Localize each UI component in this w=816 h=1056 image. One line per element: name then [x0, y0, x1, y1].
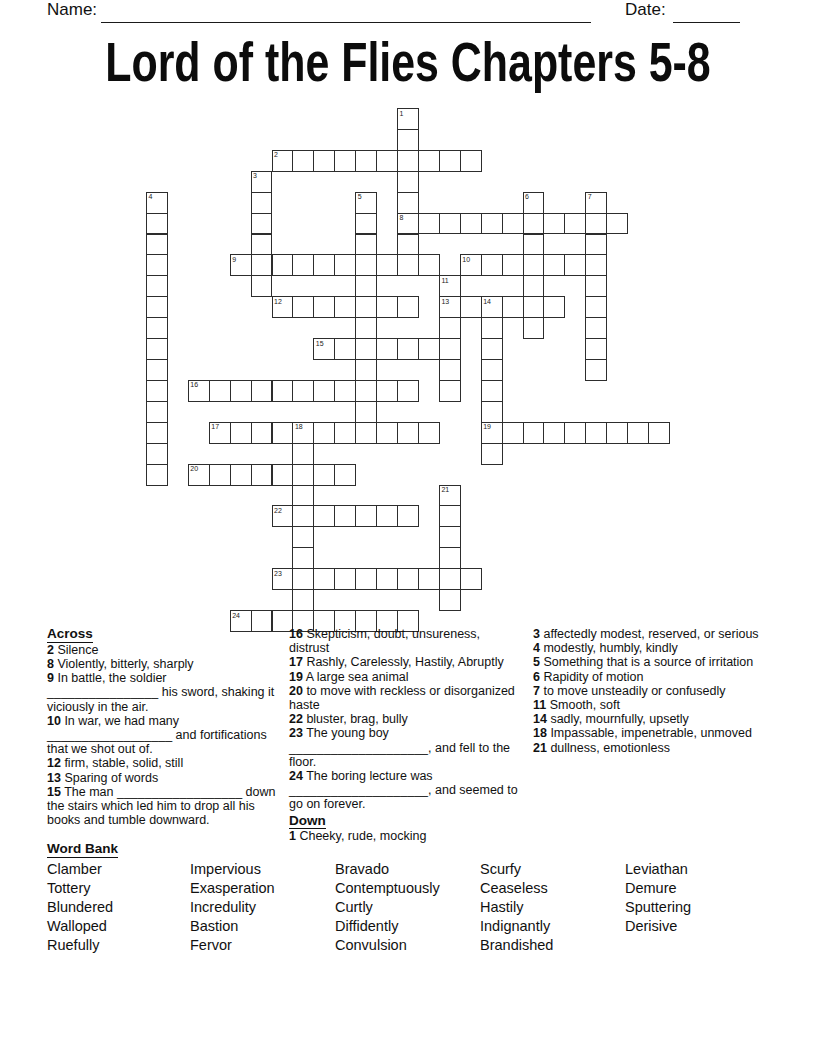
word-bank-item: Ceaseless: [480, 879, 553, 898]
grid-cell-c7r18[interactable]: [292, 485, 314, 507]
clue-across-17: 17​ Rashly, Carelessly, Hastily, Abruptl…: [289, 655, 522, 669]
word-bank-item: Tottery: [47, 879, 113, 898]
grid-cell-c5r8[interactable]: [251, 275, 273, 297]
grid-cell-c14r21[interactable]: [439, 547, 461, 569]
grid-cell-c21r12[interactable]: [585, 359, 607, 381]
grid-cell-c13r7[interactable]: [418, 254, 440, 276]
grid-cell-c6r9[interactable]: 12: [272, 296, 294, 318]
word-bank-column-3: BravadoContemptuouslyCurtlyDiffidentlyCo…: [335, 860, 440, 955]
word-bank-item: Hastily: [480, 898, 553, 917]
clue-down-3: 3​ affectedly modest, reserved, or serio…: [533, 627, 766, 641]
grid-cell-c4r17[interactable]: [230, 464, 252, 486]
grid-cell-c9r9[interactable]: [334, 296, 356, 318]
grid-cell-c18r8[interactable]: [523, 275, 545, 297]
grid-cell-c5r7[interactable]: [251, 254, 273, 276]
word-bank-item: Ruefully: [47, 936, 113, 955]
grid-cell-c11r13[interactable]: [376, 380, 398, 402]
word-bank-heading: Word Bank: [47, 841, 118, 858]
grid-cell-c21r7[interactable]: [585, 254, 607, 276]
grid-cell-c12r5[interactable]: 8: [397, 213, 419, 235]
grid-cell-c12r2[interactable]: [397, 150, 419, 172]
grid-cell-c14r12[interactable]: [439, 359, 461, 381]
cell-number-23: 23: [274, 570, 282, 578]
grid-cell-c11r2[interactable]: [376, 150, 398, 172]
grid-cell-c5r17[interactable]: [251, 464, 273, 486]
grid-cell-c19r7[interactable]: [543, 254, 565, 276]
grid-cell-c0r14[interactable]: [146, 401, 168, 423]
word-bank-item: Incredulity: [190, 898, 275, 917]
clue-across-2: 2​ Silence: [47, 643, 280, 657]
word-bank-item: Contemptuously: [335, 879, 440, 898]
cell-number-19: 19: [483, 423, 491, 431]
grid-cell-c10r22[interactable]: [355, 568, 377, 590]
grid-cell-c8r15[interactable]: [313, 422, 335, 444]
grid-cell-c18r15[interactable]: [523, 422, 545, 444]
grid-cell-c0r12[interactable]: [146, 359, 168, 381]
word-bank-item: Bastion: [190, 917, 275, 936]
clues-column-right: 3​ affectedly modest, reserved, or serio…: [533, 627, 766, 755]
grid-cell-c21r10[interactable]: [585, 317, 607, 339]
grid-cell-c12r3[interactable]: [397, 171, 419, 193]
word-bank-item: Leviathan: [625, 860, 691, 879]
grid-cell-c12r19[interactable]: [397, 505, 419, 527]
grid-cell-c16r14[interactable]: [481, 401, 503, 423]
cell-number-4: 4: [149, 193, 153, 201]
cell-number-17: 17: [211, 423, 219, 431]
grid-cell-c10r15[interactable]: [355, 422, 377, 444]
grid-cell-c21r5[interactable]: [585, 213, 607, 235]
date-blank-line[interactable]: [673, 3, 740, 23]
grid-cell-c17r7[interactable]: [502, 254, 524, 276]
grid-cell-c0r16[interactable]: [146, 443, 168, 465]
grid-cell-c5r5[interactable]: [251, 213, 273, 235]
word-bank-item: Convulsion: [335, 936, 440, 955]
grid-cell-c0r13[interactable]: [146, 380, 168, 402]
grid-cell-c2r17[interactable]: 20: [188, 464, 210, 486]
grid-cell-c7r7[interactable]: [292, 254, 314, 276]
grid-cell-c16r12[interactable]: [481, 359, 503, 381]
word-bank-column-2: ImperviousExasperationIncredulityBastion…: [190, 860, 275, 955]
word-bank-item: Demure: [625, 879, 691, 898]
grid-cell-c24r15[interactable]: [648, 422, 670, 444]
word-bank-item: Brandished: [480, 936, 553, 955]
grid-cell-c15r2[interactable]: [460, 150, 482, 172]
grid-cell-c20r7[interactable]: [564, 254, 586, 276]
clue-across-15: 15​ The man __________________ down the …: [47, 785, 280, 828]
grid-cell-c6r22[interactable]: 23: [272, 568, 294, 590]
grid-cell-c19r9[interactable]: [543, 296, 565, 318]
grid-cell-c15r7[interactable]: 10: [460, 254, 482, 276]
grid-cell-c14r23[interactable]: [439, 589, 461, 611]
grid-cell-c15r5[interactable]: [460, 213, 482, 235]
clue-down-1: 1​ Cheeky, rude, mocking: [289, 829, 522, 843]
grid-cell-c6r15[interactable]: [272, 422, 294, 444]
grid-cell-c20r15[interactable]: [564, 422, 586, 444]
grid-cell-c21r11[interactable]: [585, 338, 607, 360]
cell-number-9: 9: [232, 256, 236, 264]
grid-cell-c0r10[interactable]: [146, 317, 168, 339]
grid-cell-c8r11[interactable]: 15: [313, 338, 335, 360]
grid-cell-c17r9[interactable]: [502, 296, 524, 318]
word-bank-item: Walloped: [47, 917, 113, 936]
cell-number-14: 14: [483, 298, 491, 306]
grid-cell-c10r12[interactable]: [355, 359, 377, 381]
grid-cell-c11r7[interactable]: [376, 254, 398, 276]
grid-cell-c16r5[interactable]: [481, 213, 503, 235]
grid-cell-c13r11[interactable]: [418, 338, 440, 360]
cell-number-1: 1: [400, 110, 404, 118]
grid-cell-c8r9[interactable]: [313, 296, 335, 318]
crossword-grid: 123456789101112131415161718192021222324: [146, 108, 670, 632]
grid-cell-c16r10[interactable]: [481, 317, 503, 339]
word-bank-item: Impervious: [190, 860, 275, 879]
grid-cell-c9r22[interactable]: [334, 568, 356, 590]
grid-cell-c17r5[interactable]: [502, 213, 524, 235]
word-bank-item: Exasperation: [190, 879, 275, 898]
word-bank-column-4: ScurfyCeaselessHastilyIndignantlyBrandis…: [480, 860, 553, 955]
grid-cell-c14r9[interactable]: 13: [439, 296, 461, 318]
grid-cell-c23r15[interactable]: [627, 422, 649, 444]
grid-cell-c18r6[interactable]: [523, 234, 545, 256]
clue-across-12: 12​ firm, stable, solid, still: [47, 756, 280, 770]
word-bank-item: Clamber: [47, 860, 113, 879]
grid-cell-c10r2[interactable]: [355, 150, 377, 172]
grid-cell-c6r19[interactable]: 22: [272, 505, 294, 527]
cell-number-24: 24: [232, 612, 240, 620]
grid-cell-c7r19[interactable]: [292, 505, 314, 527]
cell-number-16: 16: [190, 381, 198, 389]
clue-across-24: 24​ The boring lecture was _____________…: [289, 769, 522, 812]
word-bank-item: Curtly: [335, 898, 440, 917]
grid-cell-c12r0[interactable]: 1: [397, 108, 419, 130]
grid-cell-c8r7[interactable]: [313, 254, 335, 276]
grid-cell-c12r22[interactable]: [397, 568, 419, 590]
grid-cell-c15r9[interactable]: [460, 296, 482, 318]
word-bank-item: Diffidently: [335, 917, 440, 936]
clue-down-6: 6​ Rapidity of motion: [533, 670, 766, 684]
grid-cell-c6r2[interactable]: 2: [272, 150, 294, 172]
grid-cell-c9r15[interactable]: [334, 422, 356, 444]
grid-cell-c0r15[interactable]: [146, 422, 168, 444]
clue-across-19: 19​ A large sea animal: [289, 670, 522, 684]
grid-cell-c11r19[interactable]: [376, 505, 398, 527]
grid-cell-c18r4[interactable]: 6: [523, 192, 545, 214]
clue-across-20: 20​ to move with reckless or disorganize…: [289, 684, 522, 712]
grid-cell-c5r6[interactable]: [251, 234, 273, 256]
grid-cell-c9r19[interactable]: [334, 505, 356, 527]
word-bank-item: Fervor: [190, 936, 275, 955]
grid-cell-c22r5[interactable]: [606, 213, 628, 235]
grid-cell-c2r13[interactable]: 16: [188, 380, 210, 402]
grid-cell-c7r23[interactable]: [292, 589, 314, 611]
grid-cell-c0r11[interactable]: [146, 338, 168, 360]
section-heading: Down: [289, 814, 522, 830]
grid-cell-c3r13[interactable]: [209, 380, 231, 402]
section-heading: Across: [47, 627, 280, 643]
clue-down-4: 4​ modestly, humbly, kindly: [533, 641, 766, 655]
grid-cell-c16r9[interactable]: 14: [481, 296, 503, 318]
word-bank-item: Scurfy: [480, 860, 553, 879]
grid-cell-c4r13[interactable]: [230, 380, 252, 402]
page-title: Lord of the Flies Chapters 5-8: [90, 33, 726, 91]
clue-down-7: 7​ to move unsteadily or confusedly: [533, 684, 766, 698]
name-blank-line[interactable]: [101, 3, 591, 23]
grid-cell-c9r2[interactable]: [334, 150, 356, 172]
grid-cell-c6r17[interactable]: [272, 464, 294, 486]
grid-cell-c10r8[interactable]: [355, 275, 377, 297]
grid-cell-c8r22[interactable]: [313, 568, 335, 590]
grid-cell-c12r7[interactable]: [397, 254, 419, 276]
grid-cell-c13r2[interactable]: [418, 150, 440, 172]
clue-across-16: 16​ Skepticism, doubt, unsureness, distr…: [289, 627, 522, 655]
name-label: Name:: [47, 0, 97, 20]
grid-cell-c7r20[interactable]: [292, 526, 314, 548]
clue-down-5: 5​ Something that is a source of irritat…: [533, 655, 766, 669]
date-label: Date:: [625, 0, 666, 20]
grid-cell-c19r5[interactable]: [543, 213, 565, 235]
clue-across-13: 13​ Sparing of words: [47, 771, 280, 785]
grid-cell-c15r22[interactable]: [460, 568, 482, 590]
grid-cell-c14r2[interactable]: [439, 150, 461, 172]
grid-cell-c5r13[interactable]: [251, 380, 273, 402]
grid-cell-c0r9[interactable]: [146, 296, 168, 318]
cell-number-7: 7: [588, 193, 592, 201]
grid-cell-c0r7[interactable]: [146, 254, 168, 276]
grid-cell-c14r20[interactable]: [439, 526, 461, 548]
grid-cell-c8r17[interactable]: [313, 464, 335, 486]
cell-number-3: 3: [253, 172, 257, 180]
grid-cell-c7r9[interactable]: [292, 296, 314, 318]
grid-cell-c10r19[interactable]: [355, 505, 377, 527]
grid-cell-c14r22[interactable]: [439, 568, 461, 590]
clue-down-14: 14​ sadly, mournfully, upsetly: [533, 712, 766, 726]
grid-cell-c20r5[interactable]: [564, 213, 586, 235]
word-bank-item: Bravado: [335, 860, 440, 879]
grid-cell-c8r2[interactable]: [313, 150, 335, 172]
grid-cell-c0r8[interactable]: [146, 275, 168, 297]
cell-number-13: 13: [441, 298, 449, 306]
clue-down-11: 11​ Smooth, soft: [533, 698, 766, 712]
grid-cell-c12r4[interactable]: [397, 192, 419, 214]
grid-cell-c22r15[interactable]: [606, 422, 628, 444]
grid-cell-c16r11[interactable]: [481, 338, 503, 360]
grid-cell-c10r9[interactable]: [355, 296, 377, 318]
cell-number-12: 12: [274, 298, 282, 306]
grid-cell-c4r15[interactable]: [230, 422, 252, 444]
grid-cell-c10r13[interactable]: [355, 380, 377, 402]
grid-cell-c10r5[interactable]: [355, 213, 377, 235]
grid-cell-c12r15[interactable]: [397, 422, 419, 444]
grid-cell-c10r10[interactable]: [355, 317, 377, 339]
grid-cell-c14r13[interactable]: [439, 380, 461, 402]
grid-cell-c21r4[interactable]: 7: [585, 192, 607, 214]
grid-cell-c13r5[interactable]: [418, 213, 440, 235]
clue-across-22: 22​ bluster, brag, bully: [289, 712, 522, 726]
cell-number-15: 15: [316, 340, 324, 348]
grid-cell-c16r13[interactable]: [481, 380, 503, 402]
clues-column-left: Across2​ Silence8​ Violently, bitterly, …: [47, 627, 280, 827]
grid-cell-c9r17[interactable]: [334, 464, 356, 486]
grid-cell-c3r15[interactable]: 17: [209, 422, 231, 444]
grid-cell-c9r11[interactable]: [334, 338, 356, 360]
grid-cell-c18r5[interactable]: [523, 213, 545, 235]
grid-cell-c10r4[interactable]: 5: [355, 192, 377, 214]
grid-cell-c10r11[interactable]: [355, 338, 377, 360]
grid-cell-c16r15[interactable]: 19: [481, 422, 503, 444]
word-bank-item: Sputtering: [625, 898, 691, 917]
cell-number-11: 11: [441, 277, 448, 285]
grid-cell-c17r15[interactable]: [502, 422, 524, 444]
clue-across-9: 9​ In battle, the soldier ______________…: [47, 671, 280, 714]
grid-cell-c5r4[interactable]: [251, 192, 273, 214]
grid-cell-c12r6[interactable]: [397, 234, 419, 256]
clue-down-21: 21​ dullness, emotionless: [533, 741, 766, 755]
word-bank-item: Blundered: [47, 898, 113, 917]
grid-cell-c7r22[interactable]: [292, 568, 314, 590]
clues-column-middle: 16​ Skepticism, doubt, unsureness, distr…: [289, 627, 522, 844]
grid-cell-c10r6[interactable]: [355, 234, 377, 256]
grid-cell-c8r19[interactable]: [313, 505, 335, 527]
grid-cell-c10r14[interactable]: [355, 401, 377, 423]
grid-cell-c13r15[interactable]: [418, 422, 440, 444]
clue-down-18: 18​ Impassable, impenetrable, unmoved: [533, 726, 766, 740]
grid-cell-c12r9[interactable]: [397, 296, 419, 318]
grid-cell-c14r19[interactable]: [439, 505, 461, 527]
grid-cell-c19r15[interactable]: [543, 422, 565, 444]
grid-cell-c6r7[interactable]: [272, 254, 294, 276]
grid-cell-c9r7[interactable]: [334, 254, 356, 276]
cell-number-20: 20: [190, 465, 198, 473]
cell-number-6: 6: [525, 193, 529, 201]
grid-cell-c6r13[interactable]: [272, 380, 294, 402]
grid-cell-c8r13[interactable]: [313, 380, 335, 402]
grid-cell-c12r11[interactable]: [397, 338, 419, 360]
grid-cell-c7r15[interactable]: 18: [292, 422, 314, 444]
word-bank-column-1: ClamberTotteryBlunderedWallopedRuefully: [47, 860, 113, 955]
grid-cell-c13r22[interactable]: [418, 568, 440, 590]
grid-cell-c3r17[interactable]: [209, 464, 231, 486]
grid-cell-c11r9[interactable]: [376, 296, 398, 318]
cell-number-8: 8: [400, 214, 404, 222]
grid-cell-c21r9[interactable]: [585, 296, 607, 318]
grid-cell-c7r13[interactable]: [292, 380, 314, 402]
cell-number-2: 2: [274, 151, 278, 159]
grid-cell-c14r11[interactable]: [439, 338, 461, 360]
cell-number-22: 22: [274, 507, 282, 515]
grid-cell-c12r13[interactable]: [397, 380, 419, 402]
grid-cell-c5r3[interactable]: 3: [251, 171, 273, 193]
word-bank-column-5: LeviathanDemureSputteringDerisive: [625, 860, 691, 936]
cell-number-18: 18: [295, 423, 303, 431]
grid-cell-c0r6[interactable]: [146, 234, 168, 256]
word-bank-item: Derisive: [625, 917, 691, 936]
grid-cell-c21r6[interactable]: [585, 234, 607, 256]
clue-across-10: 10​ In war, we had many ________________…: [47, 714, 280, 757]
grid-cell-c10r7[interactable]: [355, 254, 377, 276]
grid-cell-c14r8[interactable]: 11: [439, 275, 461, 297]
grid-cell-c0r17[interactable]: [146, 464, 168, 486]
clue-across-8: 8​ Violently, bitterly, sharply: [47, 657, 280, 671]
grid-cell-c14r5[interactable]: [439, 213, 461, 235]
grid-cell-c0r5[interactable]: [146, 213, 168, 235]
cell-number-5: 5: [358, 193, 362, 201]
grid-cell-c11r15[interactable]: [376, 422, 398, 444]
grid-cell-c21r8[interactable]: [585, 275, 607, 297]
clue-across-23: 23​ The young boy ____________________, …: [289, 726, 522, 769]
grid-cell-c7r21[interactable]: [292, 547, 314, 569]
grid-cell-c12r1[interactable]: [397, 129, 419, 151]
grid-cell-c16r7[interactable]: [481, 254, 503, 276]
cell-number-10: 10: [462, 256, 470, 264]
word-bank-item: Indignantly: [480, 917, 553, 936]
grid-cell-c7r16[interactable]: [292, 443, 314, 465]
grid-cell-c5r15[interactable]: [251, 422, 273, 444]
grid-cell-c18r7[interactable]: [523, 254, 545, 276]
grid-cell-c9r13[interactable]: [334, 380, 356, 402]
grid-cell-c4r7[interactable]: 9: [230, 254, 252, 276]
grid-cell-c18r10[interactable]: [523, 317, 545, 339]
grid-cell-c0r4[interactable]: 4: [146, 192, 168, 214]
grid-cell-c18r9[interactable]: [523, 296, 545, 318]
grid-cell-c11r22[interactable]: [376, 568, 398, 590]
grid-cell-c21r15[interactable]: [585, 422, 607, 444]
grid-cell-c16r16[interactable]: [481, 443, 503, 465]
grid-cell-c7r17[interactable]: [292, 464, 314, 486]
grid-cell-c11r11[interactable]: [376, 338, 398, 360]
cell-number-21: 21: [441, 486, 449, 494]
grid-cell-c14r18[interactable]: 21: [439, 485, 461, 507]
grid-cell-c14r10[interactable]: [439, 317, 461, 339]
grid-cell-c7r2[interactable]: [292, 150, 314, 172]
